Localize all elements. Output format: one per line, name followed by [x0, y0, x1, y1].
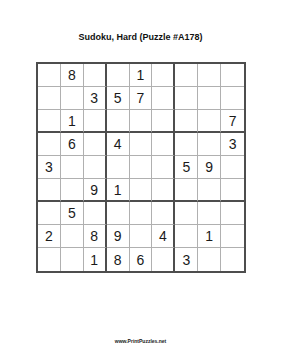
cell-r4c9: 3	[221, 133, 244, 156]
cell-r8c9	[221, 225, 244, 248]
cell-r5c1: 3	[38, 156, 61, 179]
cell-r5c7: 5	[175, 156, 198, 179]
cell-r2c4: 5	[107, 87, 130, 110]
cell-r4c6	[152, 133, 175, 156]
cell-r6c4: 1	[107, 179, 130, 202]
cell-r1c7	[175, 64, 198, 87]
puzzle-title: Sudoku, Hard (Puzzle #A178)	[0, 32, 281, 42]
sudoku-board: 8135717643359915289411863	[36, 62, 246, 273]
cell-r1c1	[38, 64, 61, 87]
cell-r6c5	[130, 179, 153, 202]
cell-r3c2: 1	[61, 110, 84, 133]
cell-r3c7	[175, 110, 198, 133]
cell-r1c6	[152, 64, 175, 87]
cell-r7c8	[198, 202, 221, 225]
cell-r9c8	[198, 248, 221, 271]
cell-r4c4: 4	[107, 133, 130, 156]
cell-r2c5: 7	[130, 87, 153, 110]
cell-r7c4	[107, 202, 130, 225]
cell-r5c2	[61, 156, 84, 179]
cell-r3c9: 7	[221, 110, 244, 133]
cell-r8c1: 2	[38, 225, 61, 248]
cell-r8c8: 1	[198, 225, 221, 248]
cell-r8c2	[61, 225, 84, 248]
cell-r8c7	[175, 225, 198, 248]
cell-r4c7	[175, 133, 198, 156]
cell-r1c2: 8	[61, 64, 84, 87]
cell-r4c3	[84, 133, 107, 156]
cell-r5c4	[107, 156, 130, 179]
cell-r4c1	[38, 133, 61, 156]
cell-r1c9	[221, 64, 244, 87]
cell-r1c4	[107, 64, 130, 87]
cell-r7c6	[152, 202, 175, 225]
cell-r1c3	[84, 64, 107, 87]
cell-r9c6	[152, 248, 175, 271]
cell-r9c2	[61, 248, 84, 271]
page: Sudoku, Hard (Puzzle #A178) 813571764335…	[0, 0, 281, 363]
cell-r3c1	[38, 110, 61, 133]
cell-r3c6	[152, 110, 175, 133]
footer-url: www.PrintPuzzles.net	[0, 338, 281, 344]
cell-r9c7: 3	[175, 248, 198, 271]
cell-r1c5: 1	[130, 64, 153, 87]
cell-r7c2: 5	[61, 202, 84, 225]
cell-r7c3	[84, 202, 107, 225]
cell-r5c3	[84, 156, 107, 179]
cell-r4c2: 6	[61, 133, 84, 156]
cell-r6c3: 9	[84, 179, 107, 202]
cell-r5c6	[152, 156, 175, 179]
cell-r2c9	[221, 87, 244, 110]
cell-r3c8	[198, 110, 221, 133]
cell-r9c3: 1	[84, 248, 107, 271]
cell-r4c5	[130, 133, 153, 156]
cell-r6c7	[175, 179, 198, 202]
cell-r6c2	[61, 179, 84, 202]
cell-r5c9	[221, 156, 244, 179]
cell-r7c5	[130, 202, 153, 225]
cell-r8c3: 8	[84, 225, 107, 248]
cell-r7c9	[221, 202, 244, 225]
cell-r7c7	[175, 202, 198, 225]
cell-r6c1	[38, 179, 61, 202]
cell-r2c3: 3	[84, 87, 107, 110]
cell-r9c9	[221, 248, 244, 271]
cell-r5c8: 9	[198, 156, 221, 179]
cell-r2c2	[61, 87, 84, 110]
cell-r8c5	[130, 225, 153, 248]
cell-r8c6: 4	[152, 225, 175, 248]
cell-r9c5: 6	[130, 248, 153, 271]
cell-r6c9	[221, 179, 244, 202]
cell-r6c6	[152, 179, 175, 202]
cell-r8c4: 9	[107, 225, 130, 248]
cell-r7c1	[38, 202, 61, 225]
cell-r4c8	[198, 133, 221, 156]
cell-r3c3	[84, 110, 107, 133]
cell-r9c4: 8	[107, 248, 130, 271]
cell-r2c1	[38, 87, 61, 110]
cell-r2c8	[198, 87, 221, 110]
cell-r3c4	[107, 110, 130, 133]
cell-r2c6	[152, 87, 175, 110]
cell-r1c8	[198, 64, 221, 87]
cell-r9c1	[38, 248, 61, 271]
cell-r5c5	[130, 156, 153, 179]
cell-r2c7	[175, 87, 198, 110]
cell-r3c5	[130, 110, 153, 133]
cell-r6c8	[198, 179, 221, 202]
